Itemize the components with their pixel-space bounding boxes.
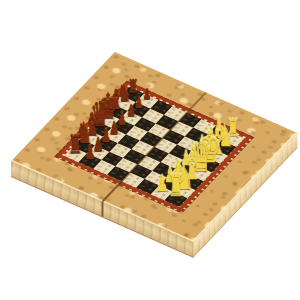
board-top <box>11 52 297 242</box>
chess-set-photo: ♜♞♝♛♚♝♞♜♟♟♟♟♟♟♟♟♟♟♟♟♟♟♟♟♜♞♝♛♚♝♞♜ <box>0 0 300 300</box>
fold-seam-side <box>102 201 104 217</box>
